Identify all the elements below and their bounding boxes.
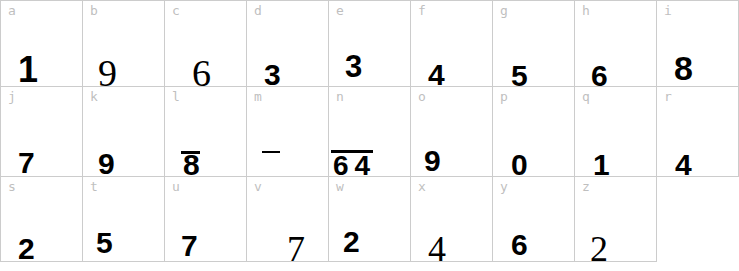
cell-key-label: a	[8, 4, 16, 17]
glyph-d: 3	[264, 60, 281, 90]
cell-key-label: n	[336, 90, 344, 103]
glyph-a: 1	[18, 52, 38, 88]
cell-key-label: t	[90, 180, 98, 193]
cell-key-label: j	[8, 90, 16, 103]
glyph-cell-v: v7	[247, 177, 329, 262]
cell-key-label: w	[336, 180, 344, 193]
glyph-r: 4	[675, 150, 692, 180]
cell-key-label: m	[254, 90, 262, 103]
glyph-cell-t: t5	[83, 177, 165, 262]
overline-bar-l	[181, 151, 200, 154]
glyph-k: 9	[98, 149, 115, 179]
cell-key-label: v	[254, 180, 262, 193]
glyph-cell-a: a1	[1, 1, 83, 87]
glyph-l: 8	[183, 150, 200, 180]
cell-key-label: y	[500, 180, 508, 193]
cell-key-label: q	[582, 90, 590, 103]
glyph-e: 3	[345, 51, 362, 82]
font-character-map-page: a1b9c6d3e3f4g5h6i8j7k9l8mn64o9p0q1r4s2t5…	[0, 0, 739, 271]
glyph-cell-n: n64	[329, 87, 411, 177]
cell-key-label: s	[8, 180, 16, 193]
cell-key-label: r	[664, 90, 672, 103]
glyph-cell-h: h6	[575, 1, 657, 87]
glyph-cell-q: q1	[575, 87, 657, 177]
cell-key-label: z	[582, 180, 590, 193]
glyph-cell-m: m	[247, 87, 329, 177]
glyph-cell-l: l8	[165, 87, 247, 177]
cell-key-label: p	[500, 90, 508, 103]
glyph-v: 7	[287, 231, 305, 267]
glyph-cell-j: j7	[1, 87, 83, 177]
glyph-x: 4	[428, 231, 446, 267]
cell-key-label: u	[172, 180, 180, 193]
glyph-n: 64	[333, 152, 376, 180]
cell-key-label: b	[90, 4, 98, 17]
glyph-grid: a1b9c6d3e3f4g5h6i8j7k9l8mn64o9p0q1r4s2t5…	[0, 0, 739, 262]
glyph-o: 9	[424, 146, 441, 176]
glyph-z: 2	[590, 231, 608, 267]
glyph-w: 2	[343, 227, 360, 257]
cell-key-label: x	[418, 180, 426, 193]
glyph-cell-z: z2	[575, 177, 657, 262]
glyph-f: 4	[428, 60, 445, 90]
dash-glyph-m	[262, 151, 280, 153]
glyph-cell-f: f4	[411, 1, 493, 87]
glyph-y: 6	[511, 230, 528, 260]
cell-key-label: e	[336, 4, 344, 17]
glyph-cell-u: u7	[165, 177, 247, 262]
glyph-cell-x: x4	[411, 177, 493, 262]
glyph-cell-r: r4	[657, 87, 739, 177]
glyph-cell-d: d3	[247, 1, 329, 87]
glyph-j: 7	[18, 148, 35, 178]
cell-key-label: f	[418, 4, 426, 17]
glyph-cell-b: b9	[83, 1, 165, 87]
glyph-s: 2	[18, 234, 35, 264]
glyph-cell-g: g5	[493, 1, 575, 87]
cell-key-label: c	[172, 4, 180, 17]
cell-key-label: g	[500, 4, 508, 17]
glyph-cell-w: w2	[329, 177, 411, 262]
glyph-i: 8	[674, 51, 693, 85]
glyph-u: 7	[181, 231, 198, 261]
glyph-cell-o: o9	[411, 87, 493, 177]
empty-slot	[657, 177, 739, 262]
cell-key-label: i	[664, 4, 672, 17]
glyph-t: 5	[96, 228, 113, 258]
cell-key-label: o	[418, 90, 426, 103]
cell-key-label: d	[254, 4, 262, 17]
cell-key-label: l	[172, 90, 180, 103]
cell-key-label: h	[582, 4, 590, 17]
glyph-q: 1	[593, 150, 610, 180]
glyph-cell-i: i8	[657, 1, 739, 87]
overline-bar-n	[331, 150, 373, 153]
glyph-cell-c: c6	[165, 1, 247, 87]
cell-key-label: k	[90, 90, 98, 103]
glyph-p: 0	[511, 150, 528, 180]
glyph-cell-y: y6	[493, 177, 575, 262]
glyph-cell-p: p0	[493, 87, 575, 177]
glyph-cell-s: s2	[1, 177, 83, 262]
glyph-cell-e: e3	[329, 1, 411, 87]
glyph-cell-k: k9	[83, 87, 165, 177]
